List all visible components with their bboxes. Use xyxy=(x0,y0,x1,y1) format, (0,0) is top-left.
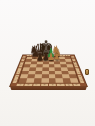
chess-board: abcdefgh abcdefgh 87654321 87654321 ♞♛♚♟… xyxy=(9,55,88,87)
notation-g: g xyxy=(65,84,73,86)
notation-f: f xyxy=(57,84,64,86)
notation-h: h xyxy=(73,84,81,86)
piece-light-bishop: ♝ xyxy=(52,48,62,62)
notation-a: a xyxy=(16,84,24,86)
notation-2: 2 xyxy=(78,75,83,79)
square-f7: ♝ xyxy=(54,59,60,62)
square-d1 xyxy=(41,78,49,82)
product-photo-scene: abcdefgh abcdefgh 87654321 87654321 ♞♛♚♟… xyxy=(0,0,95,126)
notation-b: b xyxy=(25,84,33,86)
notation-e: e xyxy=(49,84,56,86)
notation-1: 1 xyxy=(79,79,84,83)
brass-clasp xyxy=(85,69,89,75)
board-grid: ♞♛♚♟♞♟♟♟♝ xyxy=(17,56,79,83)
notation-d: d xyxy=(41,84,48,86)
board-frame: abcdefgh abcdefgh 87654321 87654321 ♞♛♚♟… xyxy=(9,55,88,87)
notation-c: c xyxy=(33,84,40,86)
file-labels-near: abcdefgh xyxy=(16,84,80,86)
square-h1 xyxy=(70,78,79,82)
